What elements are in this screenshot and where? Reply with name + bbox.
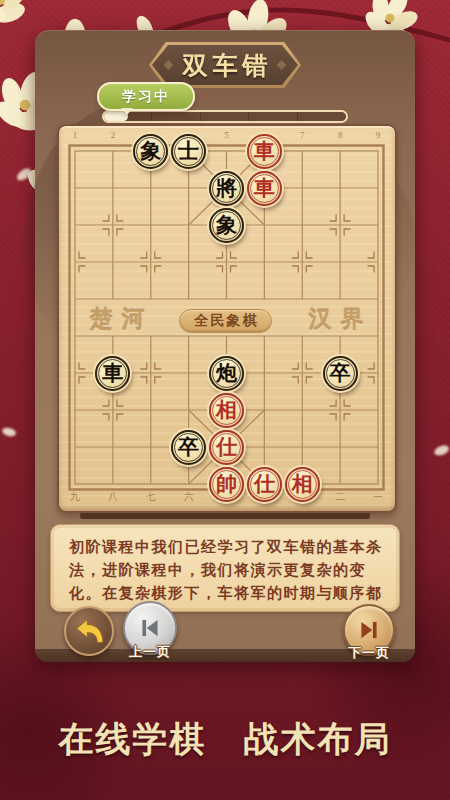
piece-black-象[interactable]: 象 [133,134,168,169]
next-page-label[interactable]: 下一页 [334,644,404,662]
piece-red-相[interactable]: 相 [209,393,244,428]
back-arrow-icon [71,613,107,649]
lesson-panel: 双车错 学习中 123456789 九八七六五四三二一 楚河 汉界 全民象棋 象… [35,30,415,662]
lesson-text-line: 法，进阶课程中，我们将演示更复杂的变 [69,559,381,582]
page-title: 双车错 [178,49,273,82]
piece-black-炮[interactable]: 炮 [209,356,244,391]
piece-red-相[interactable]: 相 [285,467,320,502]
piece-black-士[interactable]: 士 [171,134,206,169]
lesson-progress-bar [102,110,348,123]
falling-petal [1,426,17,438]
lesson-text-line: 化。在复杂棋形下，车将军的时期与顺序都 [69,582,381,605]
plaque-inner: 双车错 [152,45,298,85]
falling-petal [433,444,450,457]
diamond-ornament [277,60,287,70]
piece-black-將[interactable]: 將 [209,171,244,206]
piece-grid: 象士車將車象車炮卒相卒仕帥仕相 [56,133,397,503]
footer-slogan: 在线学棋 战术布局 [0,716,450,763]
lesson-text-panel: 初阶课程中我们已经学习了双车错的基本杀 法，进阶课程中，我们将演示更复杂的变 化… [50,524,400,612]
piece-red-仕[interactable]: 仕 [209,430,244,465]
piece-red-仕[interactable]: 仕 [247,467,282,502]
skip-previous-icon [137,615,163,641]
piece-black-卒[interactable]: 卒 [323,356,358,391]
back-button[interactable] [64,606,114,656]
xiangqi-board[interactable]: 123456789 九八七六五四三二一 楚河 汉界 全民象棋 象士車將車象車炮卒… [57,124,397,513]
app-screen: { "game": "xiangqi", "header": { "title"… [0,0,450,800]
piece-black-象[interactable]: 象 [209,208,244,243]
piece-red-車[interactable]: 車 [247,171,282,206]
skip-next-icon [356,617,382,643]
piece-black-卒[interactable]: 卒 [171,430,206,465]
piece-red-車[interactable]: 車 [247,134,282,169]
lesson-text-line: 初阶课程中我们已经学习了双车错的基本杀 [69,536,381,559]
piece-red-帥[interactable]: 帥 [209,467,244,502]
prev-page-label[interactable]: 上一页 [115,643,185,661]
status-badge: 学习中 [97,82,195,111]
piece-black-車[interactable]: 車 [95,356,130,391]
diamond-ornament [164,60,174,70]
